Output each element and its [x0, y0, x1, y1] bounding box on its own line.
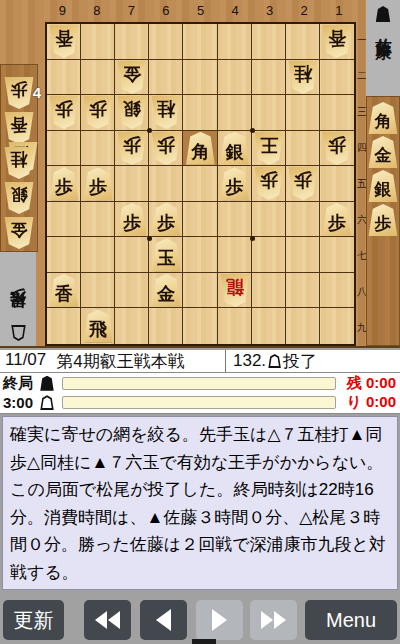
square-7六[interactable]: 歩 [115, 202, 149, 238]
square-7五[interactable] [115, 166, 149, 202]
step-back-icon [156, 609, 171, 631]
board-area: 987654321 一二三四五六七八九 香香金桂歩歩銀桂歩歩角銀王歩歩歩歩歩歩歩… [0, 0, 400, 348]
result-label: 投了 [283, 350, 317, 373]
piece-玉-sente[interactable]: 玉 [151, 238, 181, 271]
square-4四[interactable]: 銀 [218, 131, 252, 167]
square-5六[interactable] [183, 202, 217, 238]
square-6七[interactable]: 玉 [149, 237, 183, 273]
square-2三[interactable] [286, 95, 320, 131]
board-star-dot [147, 128, 152, 133]
square-9九[interactable] [47, 308, 81, 344]
sente-clock-label: 終局 [3, 374, 37, 393]
piece-歩-sente[interactable]: 歩 [49, 167, 79, 200]
square-4五[interactable]: 歩 [218, 166, 252, 202]
piece-香-sente[interactable]: 香 [49, 274, 79, 307]
piece-歩-gote[interactable]: 歩 [322, 132, 352, 165]
square-7二[interactable]: 金 [115, 60, 149, 96]
square-6五[interactable] [149, 166, 183, 202]
date-label: 11/07 [5, 350, 46, 373]
hand-piece-桂[interactable]: 桂桂 [4, 147, 34, 179]
square-5二[interactable] [183, 60, 217, 96]
square-7四[interactable]: 歩 [115, 131, 149, 167]
square-9四[interactable] [47, 131, 81, 167]
square-2一[interactable] [286, 24, 320, 60]
square-4七[interactable] [218, 237, 252, 273]
gote-move-marker-icon [268, 354, 281, 368]
event-title: 第4期叡王戦本戦 [56, 350, 184, 373]
hand-piece-銀[interactable]: 銀 [368, 170, 398, 202]
step-forward-icon [212, 609, 227, 631]
rewind-icon [95, 611, 120, 629]
square-4六[interactable] [218, 202, 252, 238]
piece-香-gote[interactable]: 香 [49, 25, 79, 58]
square-3二[interactable] [252, 60, 286, 96]
sente-time-bar [62, 377, 336, 390]
piece-角-sente[interactable]: 角 [185, 132, 215, 165]
piece-龍-gote[interactable]: 龍 [220, 274, 250, 307]
square-6六[interactable]: 歩 [149, 202, 183, 238]
square-8六[interactable] [81, 202, 115, 238]
piece-歩-sente[interactable]: 歩 [322, 203, 352, 236]
shogi-board[interactable]: 香香金桂歩歩銀桂歩歩角銀王歩歩歩歩歩歩歩歩歩玉香金龍飛 [45, 22, 356, 346]
square-1五[interactable] [320, 166, 354, 202]
square-3八[interactable] [252, 273, 286, 309]
piece-歩-sente[interactable]: 歩 [117, 203, 147, 236]
square-3五[interactable]: 歩 [252, 166, 286, 202]
square-6九[interactable] [149, 308, 183, 344]
file-label-2: 2 [287, 3, 322, 20]
square-9一[interactable]: 香 [47, 24, 81, 60]
info-bar: 11/07 第4期叡王戦本戦 132. 投了 [0, 350, 400, 373]
square-3四[interactable]: 王 [252, 131, 286, 167]
square-6二[interactable] [149, 60, 183, 96]
square-2五[interactable]: 歩 [286, 166, 320, 202]
file-label-7: 7 [114, 3, 149, 20]
square-9六[interactable] [47, 202, 81, 238]
file-label-9: 9 [45, 3, 80, 20]
square-5八[interactable] [183, 273, 217, 309]
piece-桂-gote[interactable]: 桂 [151, 96, 181, 129]
square-5一[interactable] [183, 24, 217, 60]
hand-piece-銀[interactable]: 銀 [4, 182, 34, 214]
piece-歩-gote[interactable]: 歩 [288, 167, 318, 200]
back-button[interactable] [140, 600, 187, 640]
piece-歩-sente[interactable]: 歩 [220, 167, 250, 200]
square-9二[interactable] [47, 60, 81, 96]
gote-remaining-time: り 0:00 [342, 393, 397, 412]
square-8二[interactable] [81, 60, 115, 96]
square-3七[interactable] [252, 237, 286, 273]
gote-player-name: 松尾歩 [8, 316, 29, 322]
piece-銀-gote[interactable]: 銀 [117, 96, 147, 129]
square-1九[interactable] [320, 308, 354, 344]
square-8八[interactable] [81, 273, 115, 309]
rewind-button[interactable] [84, 600, 131, 640]
piece-王-gote[interactable]: 王 [254, 132, 284, 165]
square-1七[interactable] [320, 237, 354, 273]
square-3九[interactable] [252, 308, 286, 344]
gote-clock-row: 3:00 り 0:00 [0, 393, 400, 412]
square-1三[interactable] [320, 95, 354, 131]
hand-piece-歩[interactable]: 歩4 [4, 77, 34, 109]
piece-歩-sente[interactable]: 歩 [151, 203, 181, 236]
square-8九[interactable]: 飛 [81, 308, 115, 344]
game-info: 11/07 第4期叡王戦本戦 [0, 350, 225, 373]
hand-piece-香[interactable]: 香 [4, 112, 34, 144]
piece-歩-gote[interactable]: 歩 [151, 132, 181, 165]
board-star-dot [147, 236, 152, 241]
square-8五[interactable]: 歩 [81, 166, 115, 202]
sente-clock-piece-icon [40, 376, 54, 391]
piece-金-gote[interactable]: 金 [117, 61, 147, 94]
piece-歩-gote[interactable]: 歩 [83, 96, 113, 129]
sente-clock-row: 終局 残 0:00 [0, 374, 400, 393]
piece-香-gote[interactable]: 香 [322, 25, 352, 58]
file-label-3: 3 [252, 3, 287, 20]
sente-remaining-time: 残 0:00 [342, 374, 397, 393]
square-8四[interactable] [81, 131, 115, 167]
clock-panel: 終局 残 0:00 3:00 り 0:00 [0, 373, 400, 414]
square-1四[interactable]: 歩 [320, 131, 354, 167]
commentary-text[interactable]: 確実に寄せの網を絞る。先手玉は△７五桂打▲同歩△同桂に▲７六玉で有効な王手がかか… [2, 416, 398, 590]
sente-marker-icon [376, 6, 391, 22]
piece-桂-gote[interactable]: 桂 [288, 61, 318, 94]
square-2四[interactable] [286, 131, 320, 167]
square-7三[interactable]: 銀 [115, 95, 149, 131]
gote-clock-piece-icon [40, 395, 54, 410]
hand-piece-角[interactable]: 角 [368, 102, 398, 134]
hand-piece-金[interactable]: 金 [4, 217, 34, 249]
piece-飛-sente[interactable]: 飛 [83, 309, 113, 342]
square-7八[interactable] [115, 273, 149, 309]
square-3三[interactable] [252, 95, 286, 131]
file-label-6: 6 [149, 3, 184, 20]
file-label-1: 1 [322, 3, 357, 20]
gote-marker-icon [11, 325, 26, 341]
square-4九[interactable] [218, 308, 252, 344]
square-7九[interactable] [115, 308, 149, 344]
shogi-app: { "game": "shogi", "event": { "date": "1… [0, 0, 400, 644]
file-label-5: 5 [183, 3, 218, 20]
square-2八[interactable] [286, 273, 320, 309]
square-6四[interactable]: 歩 [149, 131, 183, 167]
square-6八[interactable]: 金 [149, 273, 183, 309]
sente-hand-tray: 角金銀歩 [366, 96, 400, 346]
file-label-8: 8 [80, 3, 115, 20]
square-5九[interactable] [183, 308, 217, 344]
forward-button[interactable] [196, 600, 243, 640]
sente-player-name: 佐藤康 [373, 25, 394, 31]
piece-歩-gote[interactable]: 歩 [49, 96, 79, 129]
piece-金-sente[interactable]: 金 [151, 274, 181, 307]
square-4三[interactable] [218, 95, 252, 131]
gote-player-panel: 松尾歩 [0, 252, 36, 346]
square-9三[interactable]: 歩 [47, 95, 81, 131]
menu-button[interactable]: Menu [305, 600, 397, 640]
square-1一[interactable]: 香 [320, 24, 354, 60]
gote-name-rotated: 松尾歩 [8, 316, 29, 341]
square-9八[interactable]: 香 [47, 273, 81, 309]
hand-count: 4 [33, 84, 41, 101]
gote-hand-tray: 歩4香桂桂銀金 [0, 64, 38, 252]
hand-piece-歩[interactable]: 歩 [368, 204, 398, 236]
square-6一[interactable] [149, 24, 183, 60]
update-button[interactable]: 更新 [3, 600, 64, 640]
square-3六[interactable] [252, 202, 286, 238]
piece-歩-gote[interactable]: 歩 [254, 167, 284, 200]
square-2七[interactable] [286, 237, 320, 273]
piece-銀-sente[interactable]: 銀 [220, 132, 250, 165]
square-8一[interactable] [81, 24, 115, 60]
square-4八[interactable]: 龍 [218, 273, 252, 309]
sente-player-panel: 佐藤康 [366, 0, 400, 96]
square-9七[interactable] [47, 237, 81, 273]
square-5四[interactable]: 角 [183, 131, 217, 167]
square-4二[interactable] [218, 60, 252, 96]
square-2六[interactable] [286, 202, 320, 238]
square-7七[interactable] [115, 237, 149, 273]
square-5五[interactable] [183, 166, 217, 202]
file-label-4: 4 [218, 3, 253, 20]
square-9五[interactable]: 歩 [47, 166, 81, 202]
gote-time-bar [62, 396, 336, 409]
piece-歩-gote[interactable]: 歩 [117, 132, 147, 165]
move-status: 132. 投了 [226, 350, 317, 373]
square-8七[interactable] [81, 237, 115, 273]
square-2九[interactable] [286, 308, 320, 344]
square-5三[interactable] [183, 95, 217, 131]
square-6三[interactable]: 桂 [149, 95, 183, 131]
square-4一[interactable] [218, 24, 252, 60]
square-2二[interactable]: 桂 [286, 60, 320, 96]
move-number: 132. [233, 351, 266, 371]
fast-forward-button[interactable] [250, 600, 297, 640]
hand-piece-金[interactable]: 金 [368, 136, 398, 168]
square-1二[interactable] [320, 60, 354, 96]
square-5七[interactable] [183, 237, 217, 273]
toolbar: 更新 Menu [0, 591, 400, 644]
fast-forward-icon [261, 611, 286, 629]
square-3一[interactable] [252, 24, 286, 60]
square-1八[interactable] [320, 273, 354, 309]
piece-歩-sente[interactable]: 歩 [83, 167, 113, 200]
square-8三[interactable]: 歩 [81, 95, 115, 131]
square-1六[interactable]: 歩 [320, 202, 354, 238]
gote-clock-label: 3:00 [3, 394, 37, 411]
drag-handle[interactable] [192, 639, 216, 644]
square-7一[interactable] [115, 24, 149, 60]
file-labels: 987654321 [45, 3, 356, 20]
